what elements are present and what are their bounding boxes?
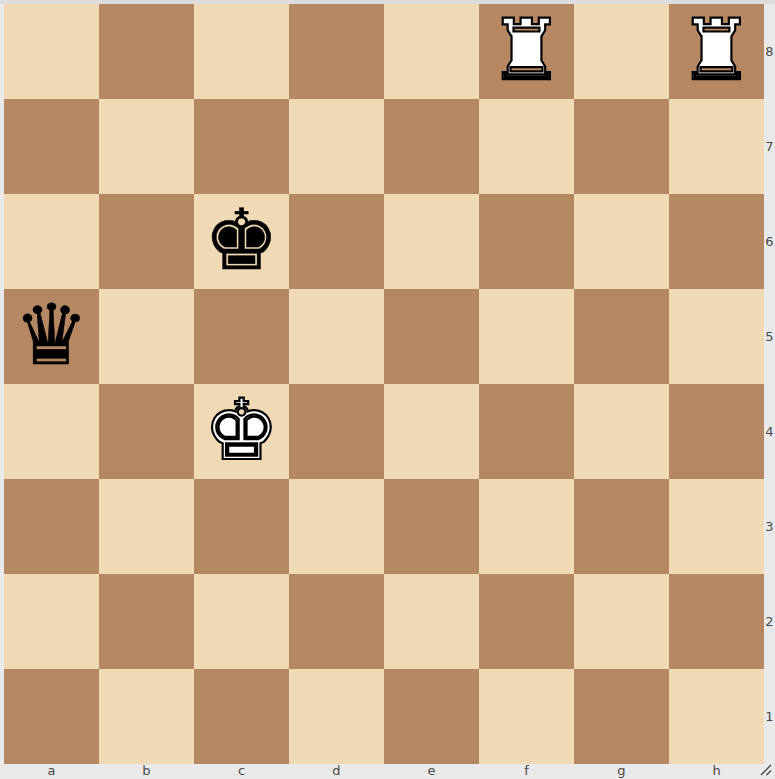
rank-label-4: 4 — [764, 384, 775, 479]
square-f6[interactable] — [479, 194, 574, 289]
resize-grip-icon — [758, 762, 773, 777]
square-d3[interactable] — [289, 479, 384, 574]
square-f4[interactable] — [479, 384, 574, 479]
square-a5[interactable]: ♛ — [4, 289, 99, 384]
square-b2[interactable] — [99, 574, 194, 669]
file-label-a: a — [4, 763, 99, 779]
square-b7[interactable] — [99, 99, 194, 194]
piece-black-king-c6[interactable]: ♚ — [204, 198, 279, 282]
rank-label-2: 2 — [764, 574, 775, 669]
square-b4[interactable] — [99, 384, 194, 479]
square-g7[interactable] — [574, 99, 669, 194]
square-g5[interactable] — [574, 289, 669, 384]
file-label-f: f — [479, 763, 574, 779]
piece-white-rook-f8[interactable]: ♜ — [489, 8, 564, 92]
square-e1[interactable] — [384, 669, 479, 764]
square-d6[interactable] — [289, 194, 384, 289]
square-h7[interactable] — [669, 99, 764, 194]
square-e8[interactable] — [384, 4, 479, 99]
square-d5[interactable] — [289, 289, 384, 384]
square-c6[interactable]: ♚ — [194, 194, 289, 289]
square-d8[interactable] — [289, 4, 384, 99]
square-f5[interactable] — [479, 289, 574, 384]
square-e3[interactable] — [384, 479, 479, 574]
square-g2[interactable] — [574, 574, 669, 669]
square-e5[interactable] — [384, 289, 479, 384]
square-d7[interactable] — [289, 99, 384, 194]
square-b8[interactable] — [99, 4, 194, 99]
square-d2[interactable] — [289, 574, 384, 669]
square-g3[interactable] — [574, 479, 669, 574]
rank-label-1: 1 — [764, 669, 775, 764]
square-h4[interactable] — [669, 384, 764, 479]
square-g4[interactable] — [574, 384, 669, 479]
file-label-d: d — [289, 763, 384, 779]
board-resize-handle[interactable] — [758, 762, 773, 777]
square-c8[interactable] — [194, 4, 289, 99]
square-b6[interactable] — [99, 194, 194, 289]
rank-label-7: 7 — [764, 99, 775, 194]
square-c7[interactable] — [194, 99, 289, 194]
square-g1[interactable] — [574, 669, 669, 764]
piece-white-rook-h8[interactable]: ♜ — [679, 8, 754, 92]
square-h5[interactable] — [669, 289, 764, 384]
square-g8[interactable] — [574, 4, 669, 99]
square-a4[interactable] — [4, 384, 99, 479]
square-c2[interactable] — [194, 574, 289, 669]
square-e7[interactable] — [384, 99, 479, 194]
square-h3[interactable] — [669, 479, 764, 574]
square-c4[interactable]: ♚ — [194, 384, 289, 479]
square-b1[interactable] — [99, 669, 194, 764]
square-f1[interactable] — [479, 669, 574, 764]
square-a7[interactable] — [4, 99, 99, 194]
file-label-c: c — [194, 763, 289, 779]
file-label-h: h — [669, 763, 764, 779]
square-c5[interactable] — [194, 289, 289, 384]
square-h2[interactable] — [669, 574, 764, 669]
piece-black-queen-a5[interactable]: ♛ — [14, 293, 89, 377]
square-f2[interactable] — [479, 574, 574, 669]
square-f3[interactable] — [479, 479, 574, 574]
square-c3[interactable] — [194, 479, 289, 574]
rank-labels: 87654321 — [764, 4, 775, 764]
square-a8[interactable] — [4, 4, 99, 99]
rank-label-5: 5 — [764, 289, 775, 384]
square-h6[interactable] — [669, 194, 764, 289]
file-labels: abcdefgh — [4, 763, 764, 779]
square-b5[interactable] — [99, 289, 194, 384]
square-f8[interactable]: ♜ — [479, 4, 574, 99]
rank-label-3: 3 — [764, 479, 775, 574]
square-b3[interactable] — [99, 479, 194, 574]
chess-board: ♜♜♚♛♚ — [4, 4, 764, 764]
square-a3[interactable] — [4, 479, 99, 574]
square-e6[interactable] — [384, 194, 479, 289]
square-d1[interactable] — [289, 669, 384, 764]
square-a2[interactable] — [4, 574, 99, 669]
square-e2[interactable] — [384, 574, 479, 669]
square-f7[interactable] — [479, 99, 574, 194]
file-label-b: b — [99, 763, 194, 779]
square-h1[interactable] — [669, 669, 764, 764]
square-h8[interactable]: ♜ — [669, 4, 764, 99]
square-e4[interactable] — [384, 384, 479, 479]
file-label-g: g — [574, 763, 669, 779]
square-a1[interactable] — [4, 669, 99, 764]
piece-white-king-c4[interactable]: ♚ — [204, 388, 279, 472]
square-a6[interactable] — [4, 194, 99, 289]
rank-label-8: 8 — [764, 4, 775, 99]
file-label-e: e — [384, 763, 479, 779]
square-g6[interactable] — [574, 194, 669, 289]
square-d4[interactable] — [289, 384, 384, 479]
square-c1[interactable] — [194, 669, 289, 764]
rank-label-6: 6 — [764, 194, 775, 289]
